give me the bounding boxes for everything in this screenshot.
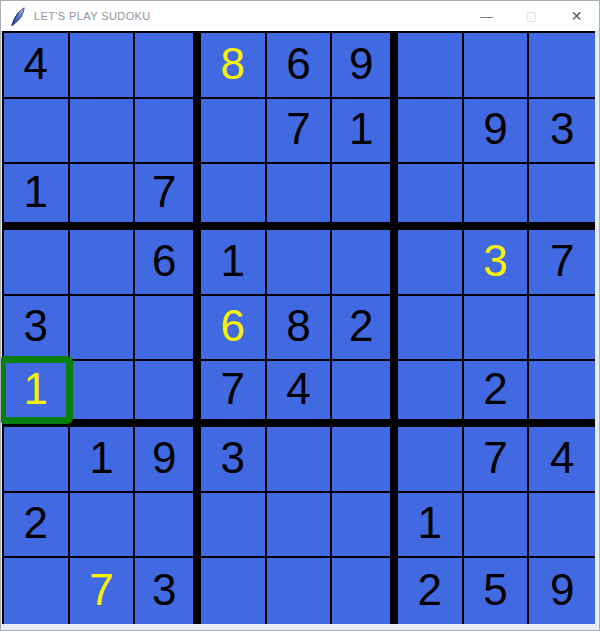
sudoku-cell-r9c8[interactable]: 5 <box>464 558 530 624</box>
given-digit: 1 <box>24 170 48 214</box>
sudoku-cell-r4c2[interactable] <box>70 230 136 296</box>
sudoku-cell-r8c8[interactable] <box>464 493 530 559</box>
sudoku-cell-r4c6[interactable] <box>332 230 398 296</box>
sudoku-cell-r3c4[interactable] <box>201 164 267 230</box>
sudoku-cell-r3c3[interactable]: 7 <box>135 164 201 230</box>
sudoku-cell-r7c9[interactable]: 4 <box>529 427 595 493</box>
sudoku-cell-r1c8[interactable] <box>464 33 530 99</box>
sudoku-cell-r2c3[interactable] <box>135 99 201 165</box>
sudoku-cell-r1c4[interactable]: 8 <box>201 33 267 99</box>
sudoku-cell-r3c2[interactable] <box>70 164 136 230</box>
sudoku-cell-r5c5[interactable]: 8 <box>267 296 333 362</box>
given-digit: 5 <box>483 568 507 612</box>
sudoku-cell-r2c1[interactable] <box>4 99 70 165</box>
sudoku-cell-r6c5[interactable]: 4 <box>267 361 333 427</box>
sudoku-cell-r8c3[interactable] <box>135 493 201 559</box>
sudoku-cell-r4c9[interactable]: 7 <box>529 230 595 296</box>
sudoku-cell-r9c5[interactable] <box>267 558 333 624</box>
close-button[interactable]: ✕ <box>554 1 599 31</box>
sudoku-cell-r9c2[interactable]: 7 <box>70 558 136 624</box>
user-digit: 7 <box>89 568 113 612</box>
given-digit: 3 <box>152 568 176 612</box>
user-digit: 1 <box>24 367 48 411</box>
given-digit: 3 <box>221 436 245 480</box>
sudoku-cell-r5c1[interactable]: 3 <box>4 296 70 362</box>
given-digit: 1 <box>89 436 113 480</box>
sudoku-cell-r1c3[interactable] <box>135 33 201 99</box>
user-digit: 3 <box>483 239 507 283</box>
sudoku-cell-r7c6[interactable] <box>332 427 398 493</box>
given-digit: 2 <box>483 367 507 411</box>
sudoku-cell-r8c5[interactable] <box>267 493 333 559</box>
given-digit: 6 <box>152 239 176 283</box>
sudoku-cell-r3c5[interactable] <box>267 164 333 230</box>
sudoku-cell-r9c6[interactable] <box>332 558 398 624</box>
sudoku-cell-r8c7[interactable]: 1 <box>398 493 464 559</box>
sudoku-cell-r6c3[interactable] <box>135 361 201 427</box>
sudoku-cell-r7c8[interactable]: 7 <box>464 427 530 493</box>
sudoku-cell-r5c2[interactable] <box>70 296 136 362</box>
window-controls: — ▢ ✕ <box>464 1 599 31</box>
sudoku-cell-r8c6[interactable] <box>332 493 398 559</box>
given-digit: 2 <box>24 501 48 545</box>
given-digit: 8 <box>286 304 310 348</box>
given-digit: 9 <box>349 42 373 86</box>
sudoku-cell-r9c9[interactable]: 9 <box>529 558 595 624</box>
sudoku-cell-r4c7[interactable] <box>398 230 464 296</box>
sudoku-cell-r5c3[interactable] <box>135 296 201 362</box>
given-digit: 7 <box>550 239 574 283</box>
given-digit: 1 <box>221 239 245 283</box>
sudoku-cell-r6c2[interactable] <box>70 361 136 427</box>
sudoku-cell-r5c7[interactable] <box>398 296 464 362</box>
sudoku-cell-r3c6[interactable] <box>332 164 398 230</box>
sudoku-cell-r7c1[interactable] <box>4 427 70 493</box>
given-digit: 1 <box>349 107 373 151</box>
sudoku-cell-r5c4[interactable]: 6 <box>201 296 267 362</box>
pygame-feather-icon <box>10 7 25 26</box>
sudoku-cell-r7c2[interactable]: 1 <box>70 427 136 493</box>
sudoku-cell-r2c8[interactable]: 9 <box>464 99 530 165</box>
given-digit: 2 <box>349 304 373 348</box>
given-digit: 3 <box>550 107 574 151</box>
user-digit: 8 <box>221 42 245 86</box>
sudoku-cell-r4c1[interactable] <box>4 230 70 296</box>
given-digit: 7 <box>221 367 245 411</box>
sudoku-cell-r1c5[interactable]: 6 <box>267 33 333 99</box>
sudoku-cell-r7c7[interactable] <box>398 427 464 493</box>
given-digit: 7 <box>286 107 310 151</box>
sudoku-cell-r8c9[interactable] <box>529 493 595 559</box>
given-digit: 1 <box>418 501 442 545</box>
given-digit: 9 <box>550 568 574 612</box>
given-digit: 3 <box>24 304 48 348</box>
sudoku-cell-r9c3[interactable]: 3 <box>135 558 201 624</box>
given-digit: 9 <box>152 436 176 480</box>
sudoku-cell-r9c1[interactable] <box>4 558 70 624</box>
sudoku-cell-r1c2[interactable] <box>70 33 136 99</box>
minimize-button[interactable]: — <box>464 1 509 31</box>
given-digit: 4 <box>24 42 48 86</box>
sudoku-cell-r3c8[interactable] <box>464 164 530 230</box>
sudoku-cell-r3c1[interactable]: 1 <box>4 164 70 230</box>
sudoku-cell-r1c6[interactable]: 9 <box>332 33 398 99</box>
sudoku-cell-r2c7[interactable] <box>398 99 464 165</box>
sudoku-cell-r2c4[interactable] <box>201 99 267 165</box>
sudoku-cell-r2c2[interactable] <box>70 99 136 165</box>
sudoku-cell-r4c8[interactable]: 3 <box>464 230 530 296</box>
sudoku-window: LET'S PLAY SUDOKU — ▢ ✕ 4869719317613736… <box>0 0 600 631</box>
sudoku-cell-r7c5[interactable] <box>267 427 333 493</box>
sudoku-cell-r5c6[interactable]: 2 <box>332 296 398 362</box>
sudoku-cell-r7c4[interactable]: 3 <box>201 427 267 493</box>
sudoku-cell-r6c9[interactable] <box>529 361 595 427</box>
window-title: LET'S PLAY SUDOKU <box>34 10 464 22</box>
sudoku-cell-r9c7[interactable]: 2 <box>398 558 464 624</box>
sudoku-cell-r6c6[interactable] <box>332 361 398 427</box>
given-digit: 9 <box>483 107 507 151</box>
sudoku-cell-r6c8[interactable]: 2 <box>464 361 530 427</box>
sudoku-cell-r8c2[interactable] <box>70 493 136 559</box>
sudoku-cell-r5c9[interactable] <box>529 296 595 362</box>
sudoku-cell-r4c5[interactable] <box>267 230 333 296</box>
sudoku-cell-r8c1[interactable]: 2 <box>4 493 70 559</box>
title-bar: LET'S PLAY SUDOKU — ▢ ✕ <box>1 1 599 31</box>
sudoku-cell-r4c4[interactable]: 1 <box>201 230 267 296</box>
sudoku-cell-r8c4[interactable] <box>201 493 267 559</box>
given-digit: 7 <box>152 170 176 214</box>
sudoku-cell-r6c7[interactable] <box>398 361 464 427</box>
sudoku-cell-r5c8[interactable] <box>464 296 530 362</box>
sudoku-board: 4869719317613736821742193742173259 <box>2 31 595 624</box>
maximize-button[interactable]: ▢ <box>509 1 554 31</box>
sudoku-cell-r3c7[interactable] <box>398 164 464 230</box>
sudoku-cell-r3c9[interactable] <box>529 164 595 230</box>
sudoku-cell-r2c5[interactable]: 7 <box>267 99 333 165</box>
sudoku-cell-r1c7[interactable] <box>398 33 464 99</box>
sudoku-cell-r7c3[interactable]: 9 <box>135 427 201 493</box>
given-digit: 6 <box>286 42 310 86</box>
sudoku-cell-r9c4[interactable] <box>201 558 267 624</box>
sudoku-cell-r1c1[interactable]: 4 <box>4 33 70 99</box>
sudoku-cell-r4c3[interactable]: 6 <box>135 230 201 296</box>
user-digit: 6 <box>221 304 245 348</box>
sudoku-cell-r1c9[interactable] <box>529 33 595 99</box>
sudoku-cell-r6c4[interactable]: 7 <box>201 361 267 427</box>
given-digit: 7 <box>483 436 507 480</box>
sudoku-cell-r2c6[interactable]: 1 <box>332 99 398 165</box>
sudoku-cell-r6c1[interactable]: 1 <box>4 361 70 427</box>
given-digit: 4 <box>286 367 310 411</box>
given-digit: 2 <box>418 568 442 612</box>
given-digit: 4 <box>550 436 574 480</box>
sudoku-cell-r2c9[interactable]: 3 <box>529 99 595 165</box>
